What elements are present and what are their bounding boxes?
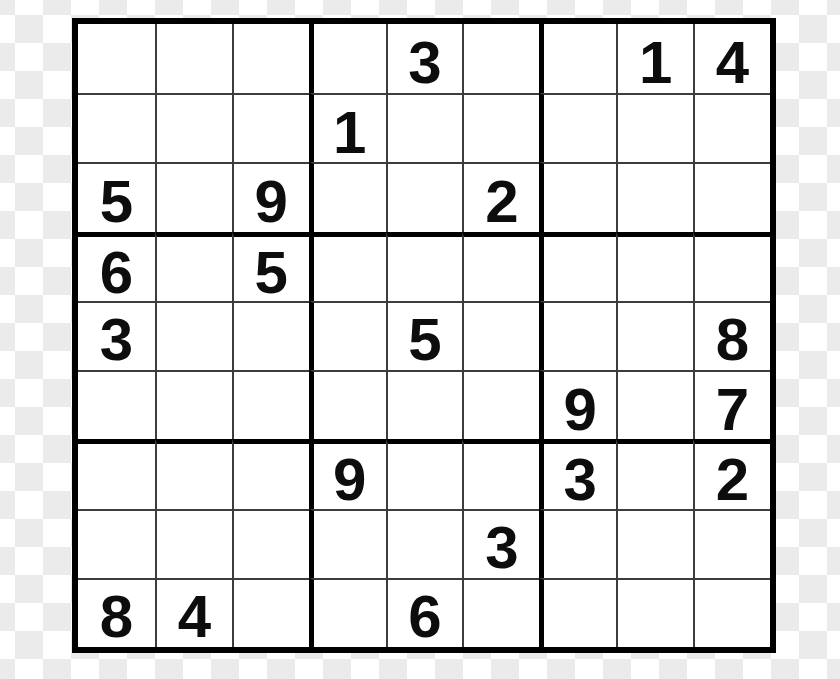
cell-r2c9[interactable] [693,93,770,162]
cell-r2c6[interactable] [462,93,539,162]
cell-r1c3[interactable] [232,24,309,93]
given-digit: 8 [716,310,749,370]
cell-r7c6[interactable] [462,439,539,508]
given-digit: 9 [333,450,366,510]
cell-r6c5[interactable] [386,370,463,439]
cell-r3c2[interactable] [155,162,232,231]
cell-r4c9[interactable] [693,232,770,301]
cell-r8c5[interactable] [386,509,463,578]
cell-r8c8[interactable] [616,509,693,578]
given-digit: 9 [564,380,597,440]
cell-r5c5[interactable]: 5 [386,301,463,370]
given-digit: 7 [716,380,749,440]
cell-r9c3[interactable] [232,578,309,647]
given-digit: 5 [408,310,441,370]
given-digit: 5 [100,172,133,232]
cell-r5c8[interactable] [616,301,693,370]
given-digit: 1 [333,103,366,163]
cell-r6c9[interactable]: 7 [693,370,770,439]
given-digit: 3 [485,518,518,578]
given-digit: 3 [100,310,133,370]
cell-r2c8[interactable] [616,93,693,162]
transparency-checkerboard: 314159265358979323846 [0,0,840,679]
cell-r6c7[interactable]: 9 [539,370,616,439]
cell-r2c3[interactable] [232,93,309,162]
cell-r8c2[interactable] [155,509,232,578]
given-digit: 1 [639,33,672,93]
cell-r1c2[interactable] [155,24,232,93]
sudoku-board: 314159265358979323846 [72,18,776,653]
cell-r6c1[interactable] [78,370,155,439]
cell-r5c1[interactable]: 3 [78,301,155,370]
cell-r9c9[interactable] [693,578,770,647]
cell-r5c6[interactable] [462,301,539,370]
cell-r9c5[interactable]: 6 [386,578,463,647]
cell-r7c9[interactable]: 2 [693,439,770,508]
cell-r1c9[interactable]: 4 [693,24,770,93]
cell-r9c8[interactable] [616,578,693,647]
cell-r8c6[interactable]: 3 [462,509,539,578]
cell-r7c1[interactable] [78,439,155,508]
cell-r3c5[interactable] [386,162,463,231]
cell-r2c5[interactable] [386,93,463,162]
given-digit: 3 [564,450,597,510]
cell-r2c4[interactable]: 1 [309,93,386,162]
cell-r4c2[interactable] [155,232,232,301]
cell-r7c8[interactable] [616,439,693,508]
cell-r8c1[interactable] [78,509,155,578]
cell-r4c3[interactable]: 5 [232,232,309,301]
cell-r8c4[interactable] [309,509,386,578]
cell-r3c4[interactable] [309,162,386,231]
cell-r5c4[interactable] [309,301,386,370]
cell-r4c5[interactable] [386,232,463,301]
given-digit: 4 [178,587,211,647]
given-digit: 4 [716,33,749,93]
cell-r4c4[interactable] [309,232,386,301]
cell-r4c6[interactable] [462,232,539,301]
cell-r7c4[interactable]: 9 [309,439,386,508]
cell-r9c2[interactable]: 4 [155,578,232,647]
cell-r2c2[interactable] [155,93,232,162]
cell-r3c1[interactable]: 5 [78,162,155,231]
cell-r8c9[interactable] [693,509,770,578]
cell-r8c7[interactable] [539,509,616,578]
given-digit: 6 [100,243,133,303]
cell-r2c7[interactable] [539,93,616,162]
cell-r1c6[interactable] [462,24,539,93]
cell-r7c3[interactable] [232,439,309,508]
cell-r3c3[interactable]: 9 [232,162,309,231]
cell-r6c3[interactable] [232,370,309,439]
cell-r3c6[interactable]: 2 [462,162,539,231]
cell-r2c1[interactable] [78,93,155,162]
cell-r7c5[interactable] [386,439,463,508]
cell-r9c6[interactable] [462,578,539,647]
cell-r3c7[interactable] [539,162,616,231]
cell-r1c1[interactable] [78,24,155,93]
cell-r3c9[interactable] [693,162,770,231]
cell-r1c7[interactable] [539,24,616,93]
cell-r6c6[interactable] [462,370,539,439]
given-digit: 2 [716,450,749,510]
cell-r4c7[interactable] [539,232,616,301]
given-digit: 6 [408,587,441,647]
cell-r1c8[interactable]: 1 [616,24,693,93]
cell-r9c1[interactable]: 8 [78,578,155,647]
cell-r5c9[interactable]: 8 [693,301,770,370]
cell-r6c2[interactable] [155,370,232,439]
cell-r5c2[interactable] [155,301,232,370]
given-digit: 9 [255,172,288,232]
cell-r1c4[interactable] [309,24,386,93]
cell-r7c2[interactable] [155,439,232,508]
cell-r4c1[interactable]: 6 [78,232,155,301]
cell-r9c4[interactable] [309,578,386,647]
given-digit: 5 [255,243,288,303]
cell-r5c7[interactable] [539,301,616,370]
cell-r9c7[interactable] [539,578,616,647]
cell-r3c8[interactable] [616,162,693,231]
cell-r6c4[interactable] [309,370,386,439]
cell-r6c8[interactable] [616,370,693,439]
cell-r7c7[interactable]: 3 [539,439,616,508]
cell-r1c5[interactable]: 3 [386,24,463,93]
cell-r8c3[interactable] [232,509,309,578]
cell-r4c8[interactable] [616,232,693,301]
cell-r5c3[interactable] [232,301,309,370]
given-digit: 8 [100,587,133,647]
given-digit: 3 [408,33,441,93]
given-digit: 2 [485,172,518,232]
